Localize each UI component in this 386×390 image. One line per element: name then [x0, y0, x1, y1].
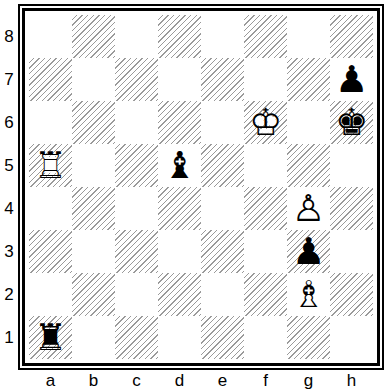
square-a4[interactable]	[29, 187, 72, 230]
square-b1[interactable]	[72, 316, 115, 359]
square-h2[interactable]	[330, 273, 373, 316]
piece-black-pawn[interactable]: ♟	[292, 233, 325, 270]
square-d7[interactable]	[158, 58, 201, 101]
board-grid: ♟♚♔♚♜♖♝♟♙♟♝♗♜	[29, 15, 373, 359]
piece-glyph: ♔	[249, 101, 282, 144]
square-a7[interactable]	[29, 58, 72, 101]
piece-glyph: ♗	[292, 273, 325, 316]
square-h5[interactable]	[330, 144, 373, 187]
square-h1[interactable]	[330, 316, 373, 359]
piece-black-king[interactable]: ♚	[335, 104, 368, 141]
piece-glyph: ♚	[335, 101, 368, 144]
square-d8[interactable]	[158, 15, 201, 58]
board-outer-border: ♟♚♔♚♜♖♝♟♙♟♝♗♜	[18, 4, 384, 370]
square-f1[interactable]	[244, 316, 287, 359]
piece-black-bishop[interactable]: ♝	[163, 147, 196, 184]
piece-white-rook[interactable]: ♜♖	[34, 147, 67, 184]
square-c2[interactable]	[115, 273, 158, 316]
square-h8[interactable]	[330, 15, 373, 58]
square-a2[interactable]	[29, 273, 72, 316]
square-a1[interactable]: ♜	[29, 316, 72, 359]
square-e4[interactable]	[201, 187, 244, 230]
square-f8[interactable]	[244, 15, 287, 58]
piece-glyph: ♙	[292, 187, 325, 230]
square-e3[interactable]	[201, 230, 244, 273]
square-e6[interactable]	[201, 101, 244, 144]
square-d6[interactable]	[158, 101, 201, 144]
file-label-f: f	[244, 371, 287, 390]
chess-diagram: 87654321 ♟♚♔♚♜♖♝♟♙♟♝♗♜ abcdefgh	[0, 0, 386, 390]
square-g6[interactable]	[287, 101, 330, 144]
square-c3[interactable]	[115, 230, 158, 273]
piece-glyph: ♝	[163, 144, 196, 187]
piece-white-pawn[interactable]: ♟♙	[292, 190, 325, 227]
square-f4[interactable]	[244, 187, 287, 230]
square-e5[interactable]	[201, 144, 244, 187]
rank-label-3: 3	[0, 230, 18, 273]
piece-glyph: ♜	[34, 316, 67, 359]
square-e8[interactable]	[201, 15, 244, 58]
square-f2[interactable]	[244, 273, 287, 316]
square-g1[interactable]	[287, 316, 330, 359]
file-label-g: g	[287, 371, 330, 390]
square-g8[interactable]	[287, 15, 330, 58]
board-and-rank-labels: 87654321 ♟♚♔♚♜♖♝♟♙♟♝♗♜	[0, 0, 386, 370]
piece-white-king[interactable]: ♚♔	[249, 104, 282, 141]
rank-label-5: 5	[0, 144, 18, 187]
square-h3[interactable]	[330, 230, 373, 273]
piece-glyph: ♖	[34, 144, 67, 187]
file-labels: abcdefgh	[18, 370, 386, 390]
square-h7[interactable]: ♟	[330, 58, 373, 101]
file-label-d: d	[158, 371, 201, 390]
file-label-c: c	[115, 371, 158, 390]
square-b7[interactable]	[72, 58, 115, 101]
file-label-e: e	[201, 371, 244, 390]
square-h4[interactable]	[330, 187, 373, 230]
piece-black-pawn[interactable]: ♟	[335, 61, 368, 98]
square-b8[interactable]	[72, 15, 115, 58]
square-c5[interactable]	[115, 144, 158, 187]
square-d5[interactable]: ♝	[158, 144, 201, 187]
piece-glyph: ♟	[335, 58, 368, 101]
board-inner-border: ♟♚♔♚♜♖♝♟♙♟♝♗♜	[22, 8, 380, 366]
rank-labels: 87654321	[0, 4, 18, 359]
square-b6[interactable]	[72, 101, 115, 144]
square-a3[interactable]	[29, 230, 72, 273]
square-d3[interactable]	[158, 230, 201, 273]
square-c1[interactable]	[115, 316, 158, 359]
piece-glyph: ♟	[292, 230, 325, 273]
piece-black-rook[interactable]: ♜	[34, 319, 67, 356]
square-c4[interactable]	[115, 187, 158, 230]
square-d2[interactable]	[158, 273, 201, 316]
square-b4[interactable]	[72, 187, 115, 230]
rank-label-2: 2	[0, 273, 18, 316]
square-c8[interactable]	[115, 15, 158, 58]
file-label-b: b	[72, 371, 115, 390]
square-a5[interactable]: ♜♖	[29, 144, 72, 187]
square-g2[interactable]: ♝♗	[287, 273, 330, 316]
square-c6[interactable]	[115, 101, 158, 144]
rank-label-8: 8	[0, 15, 18, 58]
rank-label-4: 4	[0, 187, 18, 230]
rank-label-6: 6	[0, 101, 18, 144]
square-b5[interactable]	[72, 144, 115, 187]
square-a6[interactable]	[29, 101, 72, 144]
rank-label-7: 7	[0, 58, 18, 101]
square-c7[interactable]	[115, 58, 158, 101]
square-g3[interactable]: ♟	[287, 230, 330, 273]
square-e2[interactable]	[201, 273, 244, 316]
square-f7[interactable]	[244, 58, 287, 101]
file-label-a: a	[29, 371, 72, 390]
square-d4[interactable]	[158, 187, 201, 230]
square-g7[interactable]	[287, 58, 330, 101]
square-f6[interactable]: ♚♔	[244, 101, 287, 144]
file-label-h: h	[330, 371, 373, 390]
square-f3[interactable]	[244, 230, 287, 273]
square-g4[interactable]: ♟♙	[287, 187, 330, 230]
square-e1[interactable]	[201, 316, 244, 359]
square-g5[interactable]	[287, 144, 330, 187]
square-d1[interactable]	[158, 316, 201, 359]
square-b2[interactable]	[72, 273, 115, 316]
piece-white-bishop[interactable]: ♝♗	[292, 276, 325, 313]
square-b3[interactable]	[72, 230, 115, 273]
square-f5[interactable]	[244, 144, 287, 187]
rank-label-1: 1	[0, 316, 18, 359]
square-e7[interactable]	[201, 58, 244, 101]
square-a8[interactable]	[29, 15, 72, 58]
square-h6[interactable]: ♚	[330, 101, 373, 144]
